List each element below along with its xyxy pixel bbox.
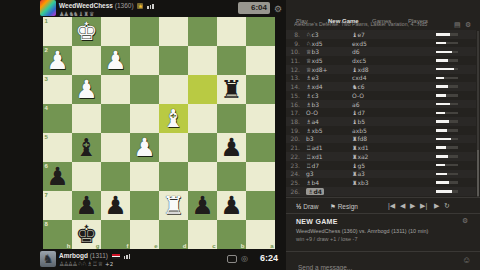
eval-bar xyxy=(436,77,458,80)
eval-bar xyxy=(436,112,458,115)
piece-black-p-f7[interactable]: ♟ xyxy=(101,191,130,220)
square-h4[interactable]: 4 xyxy=(43,104,72,133)
move-number: 10. xyxy=(286,48,300,55)
move-number: 8. xyxy=(286,31,300,38)
square-c8[interactable]: c xyxy=(188,220,217,249)
white-move[interactable]: ♖d7 xyxy=(306,162,346,169)
eval-bar xyxy=(436,85,458,88)
square-e8[interactable]: e xyxy=(130,220,159,249)
file-label-h: h xyxy=(67,243,71,249)
black-move[interactable]: a6 xyxy=(352,101,392,108)
piece-white-b-d4[interactable]: ♝ xyxy=(159,104,188,133)
move-row-17[interactable]: 17.O-O♝d7 xyxy=(286,108,476,117)
piece-black-p-g7[interactable]: ♟ xyxy=(72,191,101,220)
clock-white: 6:04 xyxy=(238,2,270,14)
move-row-13[interactable]: 13.♗e3cxd4 xyxy=(286,74,476,83)
move-row-12[interactable]: 12.♕xd8+♝xd8 xyxy=(286,65,476,74)
square-h7[interactable]: 7 xyxy=(43,191,72,220)
white-move[interactable]: ♗b3 xyxy=(306,101,346,108)
white-move[interactable]: ♗c3 xyxy=(306,92,346,99)
clock-black: 6:24 xyxy=(246,252,278,265)
player-badges-top xyxy=(147,4,154,9)
white-move[interactable]: ♗d4 xyxy=(306,188,346,195)
square-f2[interactable]: ♟ xyxy=(101,46,130,75)
move-row-22[interactable]: 22.♖xd1♜xa2 xyxy=(286,152,476,161)
move-number: 11. xyxy=(286,57,300,64)
move-row-9[interactable]: 9.♘xd5exd5 xyxy=(286,39,476,48)
square-a3[interactable] xyxy=(246,75,275,104)
square-f1[interactable] xyxy=(101,17,130,46)
white-move[interactable]: ♘xd5 xyxy=(306,40,346,47)
square-b6[interactable] xyxy=(217,162,246,191)
square-c2[interactable] xyxy=(188,46,217,75)
move-number: 12. xyxy=(286,66,300,73)
move-row-8[interactable]: 8.♘c3♝e7 xyxy=(286,30,476,39)
move-row-21[interactable]: 21.♖ad1♜xd1 xyxy=(286,143,476,152)
black-move[interactable]: dxc5 xyxy=(352,57,392,64)
square-g3[interactable]: ♟ xyxy=(72,75,101,104)
resign-button[interactable]: ⚑ Resign xyxy=(330,203,358,211)
square-g8[interactable]: g♚ xyxy=(72,220,101,249)
eval-bar xyxy=(436,68,458,71)
move-row-25[interactable]: 25.♗b4♜xb3 xyxy=(286,178,476,187)
white-move[interactable]: ♖ad1 xyxy=(306,144,346,151)
move-row-23[interactable]: 23.♖d7♝g5 xyxy=(286,161,476,170)
file-label-a: a xyxy=(270,243,273,249)
square-h6[interactable]: 6♟ xyxy=(43,162,72,191)
move-row-10[interactable]: 10.♕b3d6 xyxy=(286,47,476,56)
move-list[interactable]: 8.♘c3♝e79.♘xd5exd510.♕b3d611.♕xd5dxc512.… xyxy=(286,30,476,196)
trophy-icon: ★ xyxy=(137,3,143,9)
move-row-14[interactable]: 14.♗xd4♞c6 xyxy=(286,82,476,91)
square-d7[interactable]: ♜ xyxy=(159,191,188,220)
square-d6[interactable] xyxy=(159,162,188,191)
material-advantage-badge: +2 xyxy=(105,261,113,267)
black-move[interactable]: ♝b5 xyxy=(352,118,392,125)
analysis-gear-icon[interactable]: ⚙ xyxy=(465,21,471,29)
eval-bar xyxy=(436,155,458,158)
player-rating-top: (1360) xyxy=(115,2,134,9)
square-a1[interactable] xyxy=(246,17,275,46)
eval-bar xyxy=(436,138,458,141)
nav-prev-move-button[interactable]: ◀ xyxy=(400,202,405,210)
square-e5[interactable]: ♟ xyxy=(130,133,159,162)
chat-input[interactable] xyxy=(296,263,450,270)
smiley-icon[interactable]: ☺ xyxy=(462,255,471,265)
nav-next-move-button[interactable]: ▶ xyxy=(410,202,415,210)
square-b1[interactable] xyxy=(217,17,246,46)
square-h5[interactable]: 5 xyxy=(43,133,72,162)
white-move[interactable]: b3 xyxy=(306,135,346,142)
move-number: 21. xyxy=(286,144,300,151)
black-move[interactable]: ♜xb3 xyxy=(352,179,392,186)
nav-first-move-button[interactable]: |◀ xyxy=(388,202,395,210)
square-g1[interactable]: ♚ xyxy=(72,17,101,46)
white-move[interactable]: ♗xd4 xyxy=(306,83,346,90)
avatar[interactable] xyxy=(40,0,56,16)
avatar[interactable]: ♞ xyxy=(40,251,56,267)
square-d3[interactable] xyxy=(159,75,188,104)
square-e6[interactable] xyxy=(130,162,159,191)
square-h8[interactable]: 8h xyxy=(43,220,72,249)
square-c4[interactable] xyxy=(188,104,217,133)
player-name-bottom-text: Amrbogd xyxy=(59,252,88,259)
square-h2[interactable]: 2♟ xyxy=(43,46,72,75)
square-b4[interactable] xyxy=(217,104,246,133)
settings-gear-icon[interactable]: ⚙ xyxy=(274,4,282,14)
square-e4[interactable] xyxy=(130,104,159,133)
eval-bar xyxy=(436,120,458,123)
move-number: 25. xyxy=(286,179,300,186)
square-d2[interactable] xyxy=(159,46,188,75)
move-row-18[interactable]: 18.♗a4♝b5 xyxy=(286,117,476,126)
square-a5[interactable] xyxy=(246,133,275,162)
square-d4[interactable]: ♝ xyxy=(159,104,188,133)
divider xyxy=(286,197,480,198)
rank-label-3: 3 xyxy=(45,76,48,82)
move-number: 20. xyxy=(286,135,300,142)
square-a6[interactable] xyxy=(246,162,275,191)
chat-field[interactable] xyxy=(296,256,450,270)
flag-icon xyxy=(112,254,120,259)
divider xyxy=(286,251,480,252)
white-move[interactable]: ♗b4 xyxy=(306,179,346,186)
move-number: 9. xyxy=(286,40,300,47)
openings-book-icon[interactable]: ▤ xyxy=(454,21,461,29)
player-name-top[interactable]: WeedWeedChess (1360) ★ xyxy=(59,2,154,9)
captured-bottom-glyphs: ♙♙♙♙ ♘♘ ♗ ♖ ♕ xyxy=(59,260,102,267)
white-move[interactable]: O-O xyxy=(306,109,346,116)
black-move[interactable]: axb5 xyxy=(352,127,392,134)
move-row-24[interactable]: 24.g3♜a3 xyxy=(286,170,476,179)
new-game-title: NEW GAME xyxy=(296,218,338,225)
square-d1[interactable] xyxy=(159,17,188,46)
captured-pieces-top: ♟♟ ♞♞ ♝ ♜ ♛ xyxy=(59,10,93,17)
square-h3[interactable]: 3 xyxy=(43,75,72,104)
file-label-f: f xyxy=(127,243,129,249)
move-number: 22. xyxy=(286,153,300,160)
move-number: 18. xyxy=(286,118,300,125)
black-move[interactable]: ♝e7 xyxy=(352,31,392,38)
nav-last-move-button[interactable]: ▶| xyxy=(420,202,427,210)
piece-black-b-g5[interactable]: ♝ xyxy=(72,133,101,162)
move-number: 16. xyxy=(286,101,300,108)
autoplay-button[interactable]: ▶ xyxy=(434,202,439,210)
black-move[interactable]: ♜xa2 xyxy=(352,153,392,160)
white-move[interactable]: ♗xb5 xyxy=(306,127,346,134)
rating-odds-text: win +9 / draw +1 / lose -7 xyxy=(296,236,357,242)
flip-board-button[interactable]: ↻ xyxy=(444,202,450,210)
rank-label-8: 8 xyxy=(45,221,48,227)
square-b8[interactable]: b xyxy=(217,220,246,249)
square-g6[interactable] xyxy=(72,162,101,191)
piece-white-p-f2[interactable]: ♟ xyxy=(101,46,130,75)
chat-bubble-icon[interactable] xyxy=(227,255,237,263)
piece-black-p-c7[interactable]: ♟ xyxy=(188,191,217,220)
resign-flag-icon: ⚑ xyxy=(330,203,336,210)
eval-bar xyxy=(436,103,458,106)
eval-bar xyxy=(436,42,458,45)
rank-label-5: 5 xyxy=(45,134,48,140)
piece-white-r-d7[interactable]: ♜ xyxy=(159,191,188,220)
eval-bar xyxy=(436,59,458,62)
move-row-19[interactable]: 19.♗xb5axb5 xyxy=(286,126,476,135)
square-a4[interactable] xyxy=(246,104,275,133)
move-row-20[interactable]: 20.b3♜fd8 xyxy=(286,135,476,144)
square-b2[interactable] xyxy=(217,46,246,75)
square-c7[interactable]: ♟ xyxy=(188,191,217,220)
file-label-e: e xyxy=(154,243,157,249)
square-f5[interactable] xyxy=(101,133,130,162)
eval-bar xyxy=(436,51,458,54)
piece-white-p-h2[interactable]: ♟ xyxy=(43,46,72,75)
square-b7[interactable]: ♟ xyxy=(217,191,246,220)
side-panel: Play New Game Games Players Alekhine's D… xyxy=(286,0,480,270)
move-number: 24. xyxy=(286,170,300,177)
square-e2[interactable] xyxy=(130,46,159,75)
eval-bar xyxy=(436,164,458,167)
chess-board[interactable]: 1♚2♟♟3♟♜4♝5♝♟♟6♟7♟♟♜♟♟8hg♚fedcba xyxy=(43,17,275,249)
white-move[interactable]: ♘c3 xyxy=(306,31,346,38)
black-move[interactable]: ♜fd8 xyxy=(352,135,392,142)
square-h1[interactable]: 1 xyxy=(43,17,72,46)
move-number: 14. xyxy=(286,83,300,90)
player-name-top-text: WeedWeedChess xyxy=(59,2,113,9)
move-row-11[interactable]: 11.♕xd5dxc5 xyxy=(286,56,476,65)
square-c5[interactable] xyxy=(188,133,217,162)
piece-white-p-g3[interactable]: ♟ xyxy=(72,75,101,104)
eval-bar xyxy=(436,173,458,176)
half-icon: ½ xyxy=(296,203,301,210)
square-d5[interactable] xyxy=(159,133,188,162)
file-label-b: b xyxy=(241,243,245,249)
black-move[interactable]: O-O xyxy=(352,92,392,99)
square-e3[interactable] xyxy=(130,75,159,104)
black-move[interactable]: ♝d7 xyxy=(352,109,392,116)
divider xyxy=(286,213,480,214)
eval-bar xyxy=(436,181,458,184)
piece-black-r-b3[interactable]: ♜ xyxy=(217,75,246,104)
player-name-bottom[interactable]: Amrbogd (1311) xyxy=(59,252,130,259)
black-move[interactable]: ♜xd1 xyxy=(352,144,392,151)
square-c6[interactable] xyxy=(188,162,217,191)
resign-label: Resign xyxy=(338,203,358,210)
rank-label-4: 4 xyxy=(45,105,48,111)
captured-pieces-bottom: ♙♙♙♙ ♘♘ ♗ ♖ ♕+2 xyxy=(59,260,113,267)
draw-label: Draw xyxy=(303,203,318,210)
square-f7[interactable]: ♟ xyxy=(101,191,130,220)
move-row-26[interactable]: 26.♗d4 xyxy=(286,187,476,196)
opening-name: Alekhine's Defense: Two Pawns, Lasker Va… xyxy=(294,21,454,27)
piece-white-p-e5[interactable]: ♟ xyxy=(130,133,159,162)
move-number: 15. xyxy=(286,92,300,99)
move-list-scroll-thumb[interactable] xyxy=(477,150,479,196)
piece-black-p-b5[interactable]: ♟ xyxy=(217,133,246,162)
square-f6[interactable] xyxy=(101,162,130,191)
square-d8[interactable]: d xyxy=(159,220,188,249)
eval-bar xyxy=(436,94,458,97)
square-a8[interactable]: a xyxy=(246,220,275,249)
black-move[interactable]: ♝xd8 xyxy=(352,66,392,73)
draw-button[interactable]: ½ Draw xyxy=(296,203,318,210)
player-rating-bottom: (1311) xyxy=(90,252,108,259)
white-move[interactable]: ♗e3 xyxy=(306,74,346,81)
square-f3[interactable] xyxy=(101,75,130,104)
square-b5[interactable]: ♟ xyxy=(217,133,246,162)
piece-white-k-g1[interactable]: ♚ xyxy=(72,17,101,46)
white-move[interactable]: ♕b3 xyxy=(306,48,346,55)
square-g7[interactable]: ♟ xyxy=(72,191,101,220)
square-a7[interactable] xyxy=(246,191,275,220)
move-row-15[interactable]: 15.♗c3O-O xyxy=(286,91,476,100)
rank-label-1: 1 xyxy=(45,18,48,24)
square-g4[interactable] xyxy=(72,104,101,133)
player-badges-bottom xyxy=(124,254,131,259)
file-label-d: d xyxy=(183,243,187,249)
black-move[interactable]: exd5 xyxy=(352,40,392,47)
new-game-gear-icon[interactable]: ⚙ xyxy=(462,217,468,225)
white-move[interactable]: ♕xd5 xyxy=(306,57,346,64)
captured-top-glyphs: ♟♟ ♞♞ ♝ ♜ ♛ xyxy=(59,10,93,17)
eval-bar xyxy=(436,129,458,132)
eval-bar xyxy=(436,33,458,36)
square-e7[interactable] xyxy=(130,191,159,220)
square-e1[interactable] xyxy=(130,17,159,46)
move-number: 13. xyxy=(286,74,300,81)
rank-label-7: 7 xyxy=(45,192,48,198)
square-c1[interactable] xyxy=(188,17,217,46)
piece-black-p-b7[interactable]: ♟ xyxy=(217,191,246,220)
matchup-text: WeedWeedChess (1360) vs. Amrbogd (1311) … xyxy=(296,228,428,234)
move-number: 17. xyxy=(286,109,300,116)
square-a2[interactable] xyxy=(246,46,275,75)
move-number: 23. xyxy=(286,162,300,169)
white-move[interactable]: ♗a4 xyxy=(306,118,346,125)
white-move[interactable]: ♕xd8+ xyxy=(306,66,346,73)
square-f4[interactable] xyxy=(101,104,130,133)
black-move[interactable]: ♝g5 xyxy=(352,162,392,169)
app-window: WeedWeedChess (1360) ★ ♟♟ ♞♞ ♝ ♜ ♛ 6:04 … xyxy=(0,0,480,270)
move-number: 19. xyxy=(286,127,300,134)
white-move[interactable]: ♖xd1 xyxy=(306,153,346,160)
file-label-c: c xyxy=(212,243,215,249)
square-g5[interactable]: ♝ xyxy=(72,133,101,162)
piece-black-p-h6[interactable]: ♟ xyxy=(43,162,72,191)
white-move[interactable]: g3 xyxy=(306,170,346,177)
eval-bar xyxy=(436,146,458,149)
square-g2[interactable] xyxy=(72,46,101,75)
move-number: 26. xyxy=(286,188,300,195)
black-move[interactable]: d6 xyxy=(352,48,392,55)
eval-bar xyxy=(436,190,458,193)
piece-black-k-g8[interactable]: ♚ xyxy=(72,220,101,249)
move-row-16[interactable]: 16.♗b3a6 xyxy=(286,100,476,109)
black-move[interactable]: ♜a3 xyxy=(352,170,392,177)
black-move[interactable]: cxd4 xyxy=(352,74,392,81)
black-move[interactable]: ♞c6 xyxy=(352,83,392,90)
square-c3[interactable] xyxy=(188,75,217,104)
square-f8[interactable]: f xyxy=(101,220,130,249)
square-b3[interactable]: ♜ xyxy=(217,75,246,104)
